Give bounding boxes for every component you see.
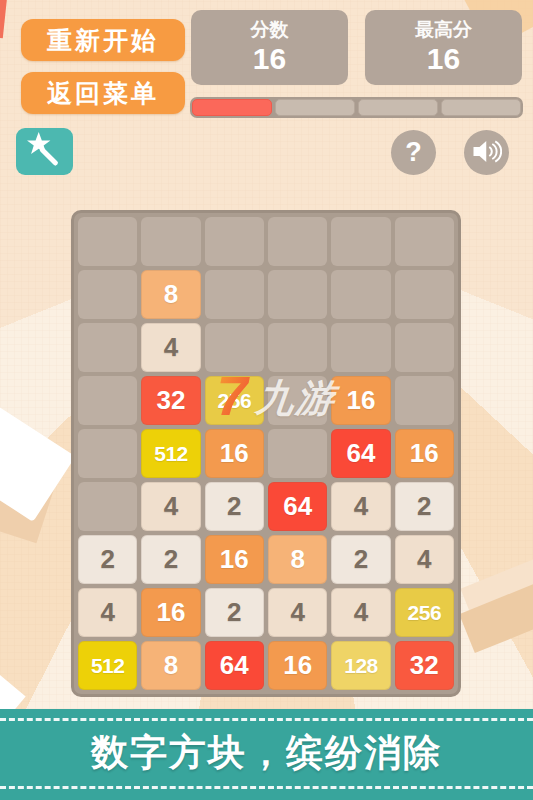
empty-cell [268,270,327,319]
tile-16: 16 [205,429,264,478]
empty-cell [395,323,454,372]
empty-cell [395,217,454,266]
tile-256: 256 [205,376,264,425]
tile-32: 32 [141,376,200,425]
magic-wand-icon [25,132,65,171]
tile-2: 2 [331,535,390,584]
best-score-value: 16 [427,42,460,77]
tile-128: 128 [331,641,390,690]
bottom-banner: 数字方块，缤纷消除 [0,709,533,800]
empty-cell [268,429,327,478]
empty-cell [78,270,137,319]
restart-button[interactable]: 重新开始 [21,19,185,61]
tile-16: 16 [268,641,327,690]
empty-cell [268,323,327,372]
empty-cell [331,270,390,319]
progress-segment [441,99,521,116]
empty-cell [78,217,137,266]
empty-cell [395,270,454,319]
progress-segment [275,99,355,116]
empty-cell [331,217,390,266]
tile-2: 2 [395,482,454,531]
score-box: 分数 16 [191,10,348,85]
progress-bar [190,97,523,118]
tile-512: 512 [78,641,137,690]
back-to-menu-button[interactable]: 返回菜单 [21,72,185,114]
game-screen: 重新开始 返回菜单 分数 16 最高分 16 ? 8432256165 [0,0,533,800]
best-score-box: 最高分 16 [365,10,522,85]
tile-64: 64 [205,641,264,690]
tile-16: 16 [141,588,200,637]
score-label: 分数 [251,19,289,42]
tile-16: 16 [205,535,264,584]
help-button[interactable]: ? [391,130,436,175]
sound-button[interactable] [464,130,509,175]
tile-16: 16 [395,429,454,478]
tile-8: 8 [268,535,327,584]
tile-16: 16 [331,376,390,425]
magic-wand-button[interactable] [16,128,73,175]
empty-cell [78,323,137,372]
tile-32: 32 [395,641,454,690]
empty-cell [205,217,264,266]
tile-64: 64 [331,429,390,478]
best-score-label: 最高分 [415,19,472,42]
tile-512: 512 [141,429,200,478]
tile-2: 2 [205,588,264,637]
tile-4: 4 [331,588,390,637]
tile-2: 2 [78,535,137,584]
tile-4: 4 [331,482,390,531]
tile-4: 4 [78,588,137,637]
empty-cell [78,482,137,531]
speaker-icon [472,139,502,167]
tile-4: 4 [141,482,200,531]
empty-cell [205,270,264,319]
tile-2: 2 [141,535,200,584]
empty-cell [205,323,264,372]
empty-cell [78,429,137,478]
progress-segment [358,99,438,116]
banner-dashed-line-bottom [0,786,533,789]
banner-slogan: 数字方块，缤纷消除 [0,728,533,778]
empty-cell [268,376,327,425]
empty-cell [395,376,454,425]
tile-4: 4 [268,588,327,637]
tile-4: 4 [395,535,454,584]
tile-256: 256 [395,588,454,637]
tile-64: 64 [268,482,327,531]
progress-segment-filled [192,99,272,116]
empty-cell [141,217,200,266]
decor-corner-sliver [0,0,7,38]
tile-8: 8 [141,270,200,319]
decor-cube-left [0,404,75,522]
tile-2: 2 [205,482,264,531]
tile-4: 4 [141,323,200,372]
question-mark-icon: ? [405,137,422,168]
empty-cell [268,217,327,266]
score-value: 16 [253,42,286,77]
empty-cell [78,376,137,425]
empty-cell [331,323,390,372]
tile-8: 8 [141,641,200,690]
board-grid[interactable]: 8432256165121664164264422216824416244256… [71,210,461,697]
banner-dashed-line-top [0,718,533,721]
